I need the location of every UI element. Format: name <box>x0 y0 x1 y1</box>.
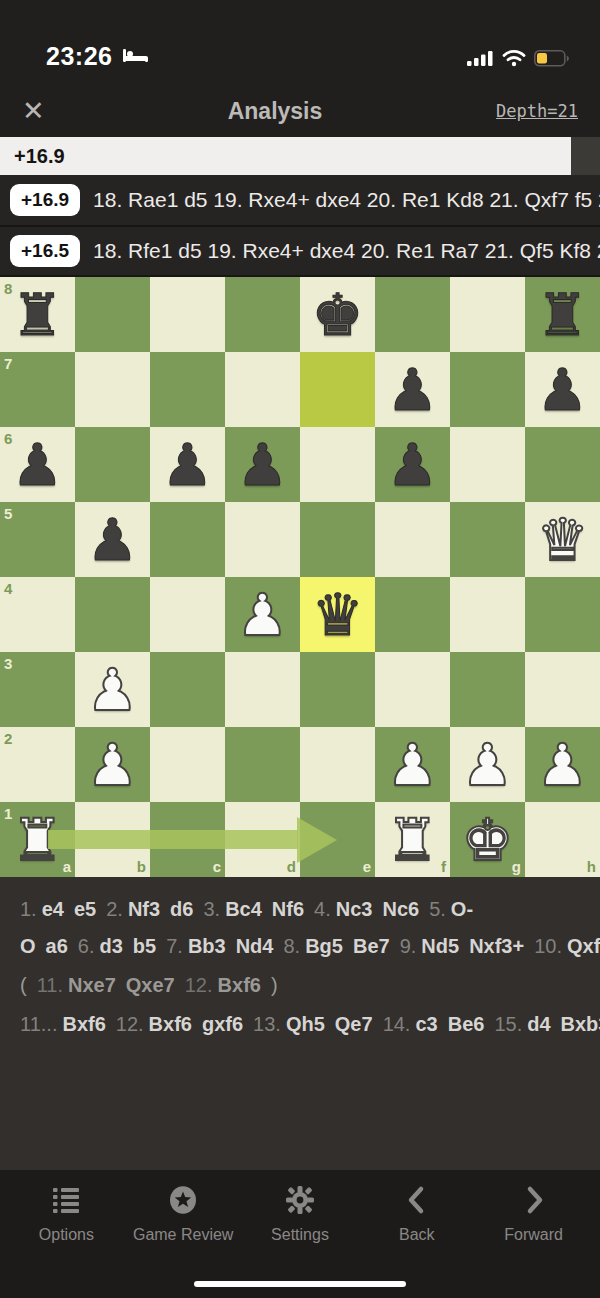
square-b4[interactable] <box>75 577 150 652</box>
square-d4[interactable]: ♟ <box>225 577 300 652</box>
white-pawn-f2: ♟ <box>387 736 439 794</box>
white-queen-h5: ♛ <box>537 511 589 569</box>
square-d2[interactable] <box>225 727 300 802</box>
white-pawn-g2: ♟ <box>462 736 514 794</box>
square-g7[interactable] <box>450 352 525 427</box>
move[interactable]: e4 <box>42 898 64 920</box>
square-h6[interactable] <box>525 427 600 502</box>
black-pawn-f7: ♟ <box>387 361 439 419</box>
move[interactable]: Nc6 <box>382 898 419 920</box>
black-pawn-a6: ♟ <box>12 436 64 494</box>
square-a3[interactable]: 3 <box>0 652 75 727</box>
move[interactable]: b5 <box>133 935 156 957</box>
square-c6[interactable]: ♟ <box>150 427 225 502</box>
back-chevron-icon <box>402 1184 432 1216</box>
square-f6[interactable]: ♟ <box>375 427 450 502</box>
square-g1[interactable]: g♚ <box>450 802 525 877</box>
move[interactable]: Qh5 <box>286 1013 325 1035</box>
square-c3[interactable] <box>150 652 225 727</box>
square-g3[interactable] <box>450 652 525 727</box>
variation-paren: ( <box>20 974 27 996</box>
engine-line-2-moves: 18. Rfe1 d5 19. Rxe4+ dxe4 20. Re1 Ra7 2… <box>93 239 600 263</box>
square-h8[interactable]: ♜ <box>525 277 600 352</box>
white-pawn-b3: ♟ <box>87 661 139 719</box>
square-a4[interactable]: 4 <box>0 577 75 652</box>
move[interactable]: Be7 <box>353 935 390 957</box>
move-number: 14. <box>383 1013 411 1035</box>
move[interactable]: Nxe7 <box>68 974 116 996</box>
move-number: 7. <box>166 935 183 957</box>
square-b3[interactable]: ♟ <box>75 652 150 727</box>
white-pawn-h2: ♟ <box>537 736 589 794</box>
move[interactable]: Be6 <box>448 1013 485 1035</box>
status-bar: 23:26 <box>0 0 600 85</box>
black-pawn-d6: ♟ <box>237 436 289 494</box>
black-pawn-c6: ♟ <box>162 436 214 494</box>
move-number: 12. <box>116 1013 144 1035</box>
move[interactable]: a6 <box>46 935 68 957</box>
move[interactable]: d3 <box>100 935 123 957</box>
close-button[interactable]: ✕ <box>22 95 82 127</box>
options-label: Options <box>39 1226 94 1244</box>
square-a6[interactable]: 6♟ <box>0 427 75 502</box>
analysis-screen: 23:26 <box>0 0 600 1298</box>
coord-rank-2: 2 <box>4 731 12 746</box>
move-number: 2. <box>106 898 123 920</box>
variation-line: (11.Nxe7Qxe712.Bxf6) <box>20 967 580 1004</box>
move-number: 11. <box>37 974 63 996</box>
coord-file-g: g <box>512 859 521 874</box>
square-f7[interactable]: ♟ <box>375 352 450 427</box>
depth-link[interactable]: Depth=21 <box>468 101 578 121</box>
square-b7[interactable] <box>75 352 150 427</box>
square-a7[interactable]: 7 <box>0 352 75 427</box>
square-e6[interactable] <box>300 427 375 502</box>
square-g2[interactable]: ♟ <box>450 727 525 802</box>
game-review-button[interactable]: Game Review <box>128 1184 238 1244</box>
square-a2[interactable]: 2 <box>0 727 75 802</box>
move[interactable]: Nf6 <box>272 898 304 920</box>
move[interactable]: Bg5 <box>305 935 343 957</box>
move[interactable]: Nc3 <box>336 898 373 920</box>
mainline-moves: 1.e4e52.Nf3d63.Bc4Nf64.Nc3Nc65.O-Oa66.d3… <box>20 891 580 965</box>
move-list: 1.e4e52.Nf3d63.Bc4Nf64.Nc3Nc65.O-Oa66.d3… <box>0 875 600 1170</box>
square-e2[interactable] <box>300 727 375 802</box>
square-e5[interactable] <box>300 502 375 577</box>
move-number: 11... <box>20 1013 57 1035</box>
square-f4[interactable] <box>375 577 450 652</box>
coord-file-e: e <box>363 859 371 874</box>
mainline-moves: 11...Bxf612.Bxf6gxf613.Qh5Qe714.c3Be615.… <box>20 1006 580 1043</box>
move[interactable]: d4 <box>527 1013 550 1035</box>
evaluation-bar: +16.9 <box>0 137 600 175</box>
move-number: 12. <box>185 974 213 996</box>
move-number: 9. <box>400 935 417 957</box>
evaluation-bar-white-fill: +16.9 <box>0 137 571 175</box>
move[interactable]: Nd5 <box>421 935 459 957</box>
chess-board: 8♜♚♜7♟♟6♟♟♟♟5♟♛4♟♛3♟2♟♟♟♟1a♜bcdef♜g♚h <box>0 277 600 877</box>
home-indicator <box>194 1281 406 1287</box>
square-g6[interactable] <box>450 427 525 502</box>
square-b6[interactable] <box>75 427 150 502</box>
white-king-g1: ♚ <box>462 811 514 869</box>
coord-file-a: a <box>63 859 71 874</box>
move-number: 6. <box>78 935 95 957</box>
move[interactable]: Bxf6 <box>62 1013 105 1035</box>
move[interactable]: c3 <box>415 1013 437 1035</box>
settings-gear-icon <box>285 1184 315 1216</box>
back-label: Back <box>399 1226 435 1244</box>
move-number: 5. <box>429 898 446 920</box>
settings-label: Settings <box>271 1226 329 1244</box>
move-number: 13. <box>253 1013 281 1035</box>
square-e8[interactable]: ♚ <box>300 277 375 352</box>
black-rook-a8: ♜ <box>12 286 64 344</box>
variation-paren: ) <box>271 974 278 996</box>
square-h1[interactable]: h <box>525 802 600 877</box>
engine-arrow-body <box>48 830 298 849</box>
square-e3[interactable] <box>300 652 375 727</box>
square-c8[interactable] <box>150 277 225 352</box>
move[interactable]: Nf3 <box>128 898 160 920</box>
battery-icon <box>534 50 570 71</box>
move[interactable]: Bc4 <box>225 898 262 920</box>
settings-button[interactable]: Settings <box>245 1184 355 1244</box>
square-c5[interactable] <box>150 502 225 577</box>
move-number: 1. <box>20 898 37 920</box>
move-number: 3. <box>203 898 220 920</box>
coord-rank-5: 5 <box>4 506 12 521</box>
back-button[interactable]: Back <box>362 1184 472 1244</box>
move-number: 8. <box>283 935 300 957</box>
page-title: Analysis <box>82 98 468 125</box>
square-f8[interactable] <box>375 277 450 352</box>
move[interactable]: Qe7 <box>335 1013 373 1035</box>
square-e7[interactable] <box>300 352 375 427</box>
white-pawn-d4: ♟ <box>237 586 289 644</box>
evaluation-value: +16.9 <box>0 145 65 168</box>
square-h2[interactable]: ♟ <box>525 727 600 802</box>
square-f1[interactable]: f♜ <box>375 802 450 877</box>
square-d7[interactable] <box>225 352 300 427</box>
square-c4[interactable] <box>150 577 225 652</box>
engine-line-1-moves: 18. Rae1 d5 19. Rxe4+ dxe4 20. Re1 Kd8 2… <box>93 188 600 212</box>
coord-file-d: d <box>287 859 296 874</box>
options-list-icon <box>51 1184 81 1216</box>
square-c2[interactable] <box>150 727 225 802</box>
coord-rank-7: 7 <box>4 356 12 371</box>
square-c7[interactable] <box>150 352 225 427</box>
coord-file-h: h <box>587 859 596 874</box>
black-pawn-b5: ♟ <box>87 511 139 569</box>
move[interactable]: Bxb3 <box>561 1013 600 1035</box>
move[interactable]: d6 <box>170 898 193 920</box>
square-g4[interactable] <box>450 577 525 652</box>
square-d5[interactable] <box>225 502 300 577</box>
clock-time: 23:26 <box>46 42 112 71</box>
header: ✕ Analysis Depth=21 <box>0 85 600 137</box>
board-container: 8♜♚♜7♟♟6♟♟♟♟5♟♛4♟♛3♟2♟♟♟♟1a♜bcdef♜g♚h <box>0 275 600 875</box>
move[interactable]: e5 <box>74 898 96 920</box>
square-d8[interactable] <box>225 277 300 352</box>
forward-button[interactable]: Forward <box>479 1184 589 1244</box>
game-review-label: Game Review <box>133 1226 233 1244</box>
square-d3[interactable] <box>225 652 300 727</box>
square-g8[interactable] <box>450 277 525 352</box>
square-f2[interactable]: ♟ <box>375 727 450 802</box>
move[interactable]: gxf6 <box>202 1013 243 1035</box>
square-h5[interactable]: ♛ <box>525 502 600 577</box>
engine-line-1-eval-badge: +16.9 <box>10 184 80 216</box>
square-a5[interactable]: 5 <box>0 502 75 577</box>
black-king-e8: ♚ <box>312 286 364 344</box>
coord-file-b: b <box>137 859 146 874</box>
bottom-toolbar: Options Game Review <box>0 1170 600 1298</box>
square-g5[interactable] <box>450 502 525 577</box>
square-e4[interactable]: ♛ <box>300 577 375 652</box>
bed-icon <box>122 45 149 69</box>
coord-file-c: c <box>213 859 221 874</box>
square-h3[interactable] <box>525 652 600 727</box>
square-b5[interactable]: ♟ <box>75 502 150 577</box>
square-b2[interactable]: ♟ <box>75 727 150 802</box>
options-button[interactable]: Options <box>11 1184 121 1244</box>
coord-rank-4: 4 <box>4 581 12 596</box>
square-f5[interactable] <box>375 502 450 577</box>
square-b8[interactable] <box>75 277 150 352</box>
move[interactable]: Nd4 <box>236 935 274 957</box>
square-h7[interactable]: ♟ <box>525 352 600 427</box>
coord-rank-6: 6 <box>4 431 12 446</box>
coord-rank-8: 8 <box>4 281 12 296</box>
black-rook-h8: ♜ <box>537 286 589 344</box>
square-h4[interactable] <box>525 577 600 652</box>
wifi-icon <box>502 49 526 71</box>
engine-line-2-eval-badge: +16.5 <box>10 235 80 267</box>
move[interactable]: Bxf6 <box>149 1013 192 1035</box>
coord-rank-1: 1 <box>4 806 12 821</box>
coord-file-f: f <box>441 859 446 874</box>
move[interactable]: Bxf6 <box>218 974 261 996</box>
white-rook-f1: ♜ <box>387 811 439 869</box>
black-queen-e4: ♛ <box>312 586 364 644</box>
forward-chevron-icon <box>519 1184 549 1216</box>
cellular-signal-icon <box>467 50 494 71</box>
black-pawn-f6: ♟ <box>387 436 439 494</box>
move[interactable]: Bb3 <box>188 935 226 957</box>
engine-line-2[interactable]: +16.5 18. Rfe1 d5 19. Rxe4+ dxe4 20. Re1… <box>0 225 600 275</box>
square-d6[interactable]: ♟ <box>225 427 300 502</box>
move-number: 10. <box>534 935 562 957</box>
engine-arrow-head <box>297 817 337 863</box>
move[interactable]: Nxf3+ <box>469 935 524 957</box>
square-a8[interactable]: 8♜ <box>0 277 75 352</box>
square-f3[interactable] <box>375 652 450 727</box>
engine-line-1[interactable]: +16.9 18. Rae1 d5 19. Rxe4+ dxe4 20. Re1… <box>0 175 600 225</box>
black-pawn-h7: ♟ <box>537 361 589 419</box>
white-pawn-b2: ♟ <box>87 736 139 794</box>
move-number: 15. <box>494 1013 522 1035</box>
move-number: 4. <box>314 898 331 920</box>
forward-label: Forward <box>504 1226 563 1244</box>
game-review-star-icon <box>168 1184 198 1216</box>
move[interactable]: Qxf3 <box>567 935 600 957</box>
move[interactable]: Qxe7 <box>126 974 175 996</box>
coord-rank-3: 3 <box>4 656 12 671</box>
